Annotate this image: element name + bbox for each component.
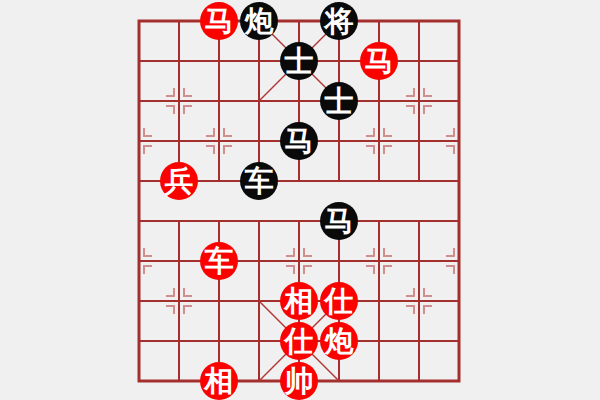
piece-red-advisor[interactable]: 仕 xyxy=(320,282,358,320)
piece-red-cannon[interactable]: 炮 xyxy=(320,322,358,360)
piece-red-elephant[interactable]: 相 xyxy=(200,362,238,400)
piece-black-chariot[interactable]: 车 xyxy=(240,162,278,200)
piece-red-soldier[interactable]: 兵 xyxy=(160,162,198,200)
piece-red-general[interactable]: 帅 xyxy=(280,362,318,400)
piece-black-general[interactable]: 将 xyxy=(320,2,358,40)
piece-red-horse[interactable]: 马 xyxy=(360,42,398,80)
piece-black-advisor[interactable]: 士 xyxy=(280,42,318,80)
piece-black-horse[interactable]: 马 xyxy=(320,202,358,240)
piece-black-horse[interactable]: 马 xyxy=(280,122,318,160)
piece-black-cannon[interactable]: 炮 xyxy=(240,2,278,40)
xiangqi-app-background: 马炮将士马士马兵车马车相仕仕炮相帅 xyxy=(0,0,600,400)
piece-red-elephant[interactable]: 相 xyxy=(280,282,318,320)
piece-red-chariot[interactable]: 车 xyxy=(200,242,238,280)
piece-black-advisor[interactable]: 士 xyxy=(320,82,358,120)
piece-red-advisor[interactable]: 仕 xyxy=(280,322,318,360)
piece-red-horse[interactable]: 马 xyxy=(200,2,238,40)
